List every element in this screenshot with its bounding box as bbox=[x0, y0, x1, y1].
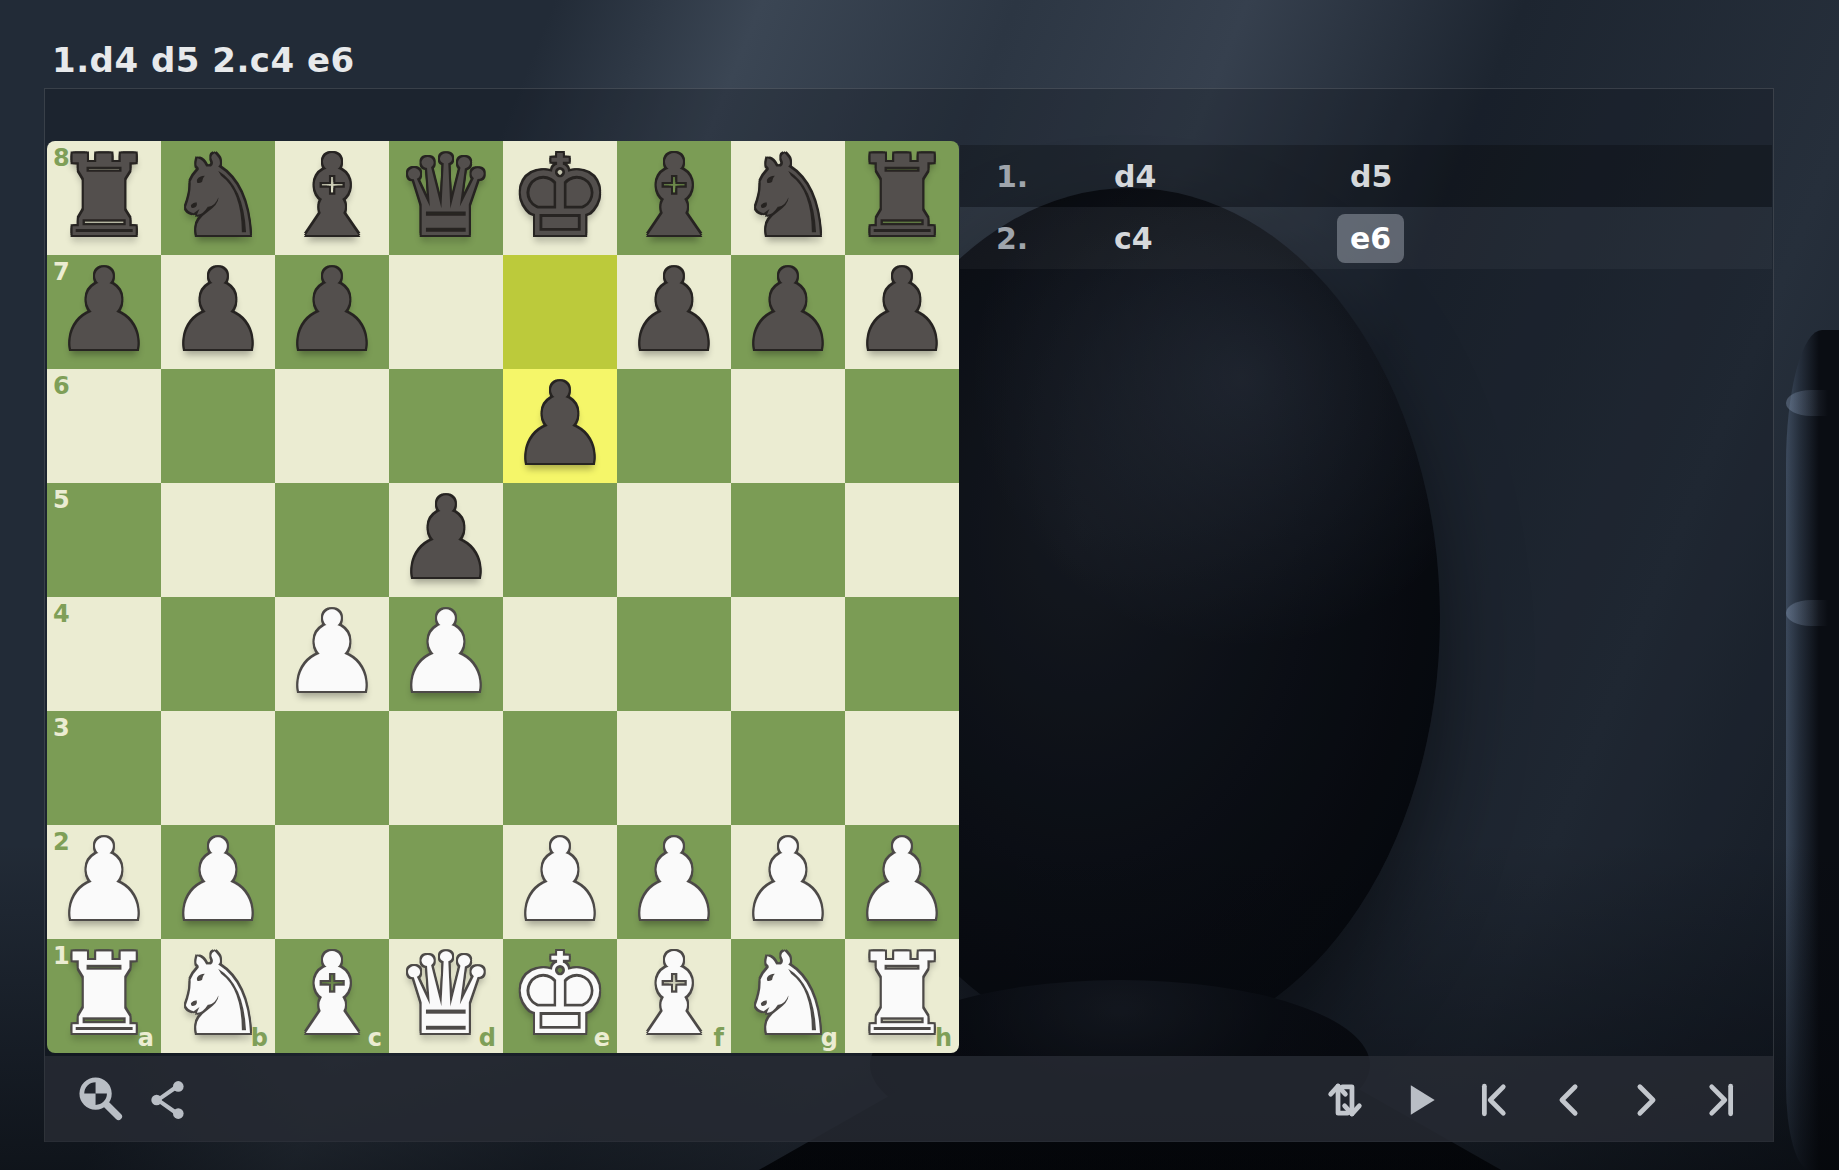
square-c2[interactable] bbox=[275, 825, 389, 939]
square-c8[interactable]: ♝ bbox=[275, 141, 389, 255]
square-g1[interactable]: g♞ bbox=[731, 939, 845, 1053]
square-a7[interactable]: 7♟ bbox=[47, 255, 161, 369]
piece-black-rook[interactable]: ♜ bbox=[54, 141, 154, 253]
square-f3[interactable] bbox=[617, 711, 731, 825]
move-white-d4[interactable]: d4 bbox=[1114, 159, 1156, 194]
square-d1[interactable]: d♛ bbox=[389, 939, 503, 1053]
piece-black-queen[interactable]: ♛ bbox=[396, 141, 496, 253]
square-b6[interactable] bbox=[161, 369, 275, 483]
square-h4[interactable] bbox=[845, 597, 959, 711]
square-h3[interactable] bbox=[845, 711, 959, 825]
square-b8[interactable]: ♞ bbox=[161, 141, 275, 255]
next-move-button[interactable] bbox=[1623, 1078, 1667, 1122]
autoplay-button[interactable] bbox=[1398, 1078, 1442, 1122]
coordinate-rank-4: 4 bbox=[53, 602, 70, 626]
piece-white-pawn[interactable]: ♟ bbox=[624, 823, 724, 937]
square-a6[interactable]: 6 bbox=[47, 369, 161, 483]
piece-black-pawn[interactable]: ♟ bbox=[510, 367, 610, 481]
piece-white-pawn[interactable]: ♟ bbox=[510, 823, 610, 937]
square-b3[interactable] bbox=[161, 711, 275, 825]
square-d3[interactable] bbox=[389, 711, 503, 825]
piece-black-bishop[interactable]: ♝ bbox=[624, 141, 724, 253]
skip-to-end-button[interactable] bbox=[1698, 1078, 1742, 1122]
piece-black-pawn[interactable]: ♟ bbox=[738, 253, 838, 367]
square-e1[interactable]: e♚ bbox=[503, 939, 617, 1053]
square-a5[interactable]: 5 bbox=[47, 483, 161, 597]
square-g3[interactable] bbox=[731, 711, 845, 825]
square-c6[interactable] bbox=[275, 369, 389, 483]
piece-white-pawn[interactable]: ♟ bbox=[738, 823, 838, 937]
square-f5[interactable] bbox=[617, 483, 731, 597]
share-icon bbox=[146, 1078, 190, 1122]
piece-black-pawn[interactable]: ♟ bbox=[168, 253, 268, 367]
piece-white-bishop[interactable]: ♝ bbox=[282, 937, 382, 1051]
move-list: 1.d4d52.c4e6 bbox=[960, 145, 1772, 269]
square-f7[interactable]: ♟ bbox=[617, 255, 731, 369]
share-button[interactable] bbox=[146, 1078, 190, 1122]
square-g4[interactable] bbox=[731, 597, 845, 711]
square-a4[interactable]: 4 bbox=[47, 597, 161, 711]
square-e3[interactable] bbox=[503, 711, 617, 825]
square-f8[interactable]: ♝ bbox=[617, 141, 731, 255]
coordinate-rank-5: 5 bbox=[53, 488, 70, 512]
square-e5[interactable] bbox=[503, 483, 617, 597]
move-row-1: 1.d4d5 bbox=[960, 145, 1772, 207]
square-e2[interactable]: ♟ bbox=[503, 825, 617, 939]
chevron-right-icon bbox=[1623, 1078, 1667, 1122]
square-c7[interactable]: ♟ bbox=[275, 255, 389, 369]
square-g5[interactable] bbox=[731, 483, 845, 597]
square-g7[interactable]: ♟ bbox=[731, 255, 845, 369]
square-d2[interactable] bbox=[389, 825, 503, 939]
piece-black-knight[interactable]: ♞ bbox=[168, 141, 268, 253]
move-white-c4[interactable]: c4 bbox=[1114, 221, 1153, 256]
square-a8[interactable]: 8♜ bbox=[47, 141, 161, 255]
skip-to-end-icon bbox=[1698, 1078, 1742, 1122]
board: 8♜♞♝♛♚♝♞♜7♟♟♟♟♟♟6♟5♟4♟♟32♟♟♟♟♟♟1a♜b♞c♝d♛… bbox=[47, 141, 959, 1053]
square-f4[interactable] bbox=[617, 597, 731, 711]
chevron-left-icon bbox=[1548, 1078, 1592, 1122]
move-row-2: 2.c4e6 bbox=[960, 207, 1772, 269]
play-icon bbox=[1398, 1078, 1442, 1122]
previous-move-button[interactable] bbox=[1548, 1078, 1592, 1122]
zoom-preview-button[interactable] bbox=[76, 1074, 126, 1124]
piece-white-bishop[interactable]: ♝ bbox=[624, 937, 724, 1051]
square-g2[interactable]: ♟ bbox=[731, 825, 845, 939]
piece-black-bishop[interactable]: ♝ bbox=[282, 141, 382, 253]
square-f6[interactable] bbox=[617, 369, 731, 483]
square-b5[interactable] bbox=[161, 483, 275, 597]
square-d5[interactable]: ♟ bbox=[389, 483, 503, 597]
move-black-d5[interactable]: d5 bbox=[1350, 159, 1392, 194]
piece-white-pawn[interactable]: ♟ bbox=[396, 595, 496, 709]
piece-white-knight[interactable]: ♞ bbox=[738, 937, 838, 1051]
square-g6[interactable] bbox=[731, 369, 845, 483]
piece-white-pawn[interactable]: ♟ bbox=[282, 595, 382, 709]
square-b1[interactable]: b♞ bbox=[161, 939, 275, 1053]
piece-white-pawn[interactable]: ♟ bbox=[168, 823, 268, 937]
square-b4[interactable] bbox=[161, 597, 275, 711]
piece-white-rook[interactable]: ♜ bbox=[54, 937, 154, 1051]
square-c5[interactable] bbox=[275, 483, 389, 597]
square-d8[interactable]: ♛ bbox=[389, 141, 503, 255]
move-black-e6[interactable]: e6 bbox=[1337, 214, 1404, 263]
square-c4[interactable]: ♟ bbox=[275, 597, 389, 711]
piece-white-rook[interactable]: ♜ bbox=[852, 937, 952, 1051]
flip-board-icon bbox=[1323, 1078, 1367, 1122]
square-c1[interactable]: c♝ bbox=[275, 939, 389, 1053]
square-d7[interactable] bbox=[389, 255, 503, 369]
square-f2[interactable]: ♟ bbox=[617, 825, 731, 939]
square-b7[interactable]: ♟ bbox=[161, 255, 275, 369]
square-e8[interactable]: ♚ bbox=[503, 141, 617, 255]
piece-white-queen[interactable]: ♛ bbox=[396, 937, 496, 1051]
piece-black-pawn[interactable]: ♟ bbox=[852, 253, 952, 367]
square-d6[interactable] bbox=[389, 369, 503, 483]
square-a3[interactable]: 3 bbox=[47, 711, 161, 825]
coordinate-rank-3: 3 bbox=[53, 716, 70, 740]
piece-black-knight[interactable]: ♞ bbox=[738, 141, 838, 253]
piece-white-pawn[interactable]: ♟ bbox=[852, 823, 952, 937]
square-h2[interactable]: ♟ bbox=[845, 825, 959, 939]
piece-black-pawn[interactable]: ♟ bbox=[282, 253, 382, 367]
square-h7[interactable]: ♟ bbox=[845, 255, 959, 369]
piece-black-pawn[interactable]: ♟ bbox=[54, 253, 154, 367]
move-number: 1. bbox=[996, 159, 1114, 194]
page-title: 1.d4 d5 2.c4 e6 bbox=[52, 40, 355, 80]
square-g8[interactable]: ♞ bbox=[731, 141, 845, 255]
toolbar bbox=[45, 1056, 1773, 1142]
flip-board-button[interactable] bbox=[1323, 1078, 1367, 1122]
zoom-checker-icon bbox=[76, 1074, 126, 1124]
skip-to-start-icon bbox=[1473, 1078, 1517, 1122]
square-d4[interactable]: ♟ bbox=[389, 597, 503, 711]
square-a2[interactable]: 2♟ bbox=[47, 825, 161, 939]
piece-black-pawn[interactable]: ♟ bbox=[396, 481, 496, 595]
piece-white-knight[interactable]: ♞ bbox=[168, 937, 268, 1051]
square-e6[interactable]: ♟ bbox=[503, 369, 617, 483]
piece-black-king[interactable]: ♚ bbox=[510, 141, 610, 253]
square-a1[interactable]: 1a♜ bbox=[47, 939, 161, 1053]
piece-white-king[interactable]: ♚ bbox=[510, 937, 610, 1051]
piece-white-pawn[interactable]: ♟ bbox=[54, 823, 154, 937]
move-number: 2. bbox=[996, 221, 1114, 256]
square-e7[interactable] bbox=[503, 255, 617, 369]
square-h1[interactable]: h♜ bbox=[845, 939, 959, 1053]
square-f1[interactable]: f♝ bbox=[617, 939, 731, 1053]
piece-black-pawn[interactable]: ♟ bbox=[624, 253, 724, 367]
coordinate-rank-6: 6 bbox=[53, 374, 70, 398]
square-h8[interactable]: ♜ bbox=[845, 141, 959, 255]
square-h5[interactable] bbox=[845, 483, 959, 597]
square-b2[interactable]: ♟ bbox=[161, 825, 275, 939]
piece-black-rook[interactable]: ♜ bbox=[852, 141, 952, 253]
square-e4[interactable] bbox=[503, 597, 617, 711]
skip-to-start-button[interactable] bbox=[1473, 1078, 1517, 1122]
square-h6[interactable] bbox=[845, 369, 959, 483]
square-c3[interactable] bbox=[275, 711, 389, 825]
